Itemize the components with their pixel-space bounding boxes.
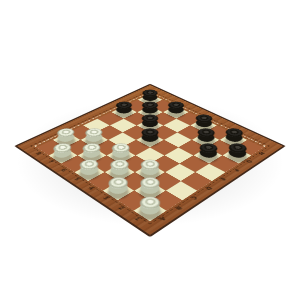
scene: HGFEDCBA87654321: [0, 0, 300, 300]
board-square-G5[interactable]: [163, 119, 190, 133]
